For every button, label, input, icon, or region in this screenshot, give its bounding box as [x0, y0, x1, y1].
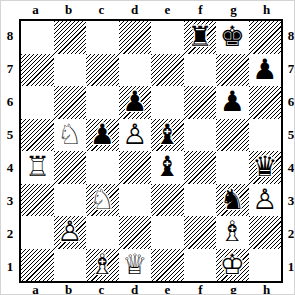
rank-label-left-3: 3: [2, 184, 18, 217]
file-label-top-f: f: [184, 1, 217, 18]
black-bishop[interactable]: ♝: [151, 151, 184, 184]
square-e6[interactable]: [151, 86, 184, 119]
file-label-top-b: b: [52, 1, 85, 18]
black-queen[interactable]: ♛: [249, 151, 282, 184]
file-label-top-e: e: [151, 1, 184, 18]
square-e5[interactable]: ♝: [151, 119, 184, 152]
square-c8[interactable]: [86, 21, 119, 54]
square-f8[interactable]: ♜: [184, 21, 217, 54]
square-a4[interactable]: ♜♖: [21, 151, 54, 184]
square-d2[interactable]: [119, 216, 152, 249]
square-h5[interactable]: [249, 119, 282, 152]
square-g2[interactable]: ♝♗: [216, 216, 249, 249]
square-a8[interactable]: [21, 21, 54, 54]
square-a6[interactable]: [21, 86, 54, 119]
file-label-bottom-a: a: [19, 281, 52, 295]
square-a2[interactable]: [21, 216, 54, 249]
square-c5[interactable]: ♟: [86, 119, 119, 152]
square-d7[interactable]: [119, 54, 152, 87]
square-h2[interactable]: [249, 216, 282, 249]
square-c1[interactable]: ♝♗: [86, 249, 119, 282]
white-knight[interactable]: ♘: [54, 119, 87, 152]
square-d5[interactable]: ♟♙: [119, 119, 152, 152]
square-b1[interactable]: [54, 249, 87, 282]
square-b8[interactable]: [54, 21, 87, 54]
white-queen[interactable]: ♕: [119, 249, 152, 282]
square-e4[interactable]: ♝: [151, 151, 184, 184]
file-labels-bottom: abcdefgh: [19, 281, 283, 295]
square-g5[interactable]: [216, 119, 249, 152]
square-c6[interactable]: [86, 86, 119, 119]
square-g4[interactable]: [216, 151, 249, 184]
white-pawn[interactable]: ♙: [119, 119, 152, 152]
square-e7[interactable]: [151, 54, 184, 87]
square-h1[interactable]: [249, 249, 282, 282]
black-knight[interactable]: ♞: [216, 184, 249, 217]
square-c2[interactable]: [86, 216, 119, 249]
square-f1[interactable]: [184, 249, 217, 282]
square-b2[interactable]: ♟♙: [54, 216, 87, 249]
white-bishop[interactable]: ♗: [86, 249, 119, 282]
square-a3[interactable]: [21, 184, 54, 217]
rank-label-left-5: 5: [2, 118, 18, 151]
file-label-top-h: h: [250, 1, 283, 18]
square-d4[interactable]: [119, 151, 152, 184]
square-g8[interactable]: ♚: [216, 21, 249, 54]
file-label-bottom-e: e: [151, 281, 184, 295]
square-g3[interactable]: ♞: [216, 184, 249, 217]
white-knight[interactable]: ♘: [86, 184, 119, 217]
square-e1[interactable]: [151, 249, 184, 282]
square-g6[interactable]: ♟: [216, 86, 249, 119]
black-rook[interactable]: ♜: [184, 21, 217, 54]
square-b4[interactable]: [54, 151, 87, 184]
rank-label-left-4: 4: [2, 151, 18, 184]
black-king[interactable]: ♚: [216, 21, 249, 54]
square-g7[interactable]: [216, 54, 249, 87]
file-labels-top: abcdefgh: [19, 1, 283, 18]
square-e8[interactable]: [151, 21, 184, 54]
rank-label-left-8: 8: [2, 19, 18, 52]
rank-label-right-8: 8: [283, 19, 295, 52]
square-h3[interactable]: ♟♙: [249, 184, 282, 217]
square-b5[interactable]: ♞♘: [54, 119, 87, 152]
file-label-bottom-c: c: [85, 281, 118, 295]
file-label-top-a: a: [19, 1, 52, 18]
square-e2[interactable]: [151, 216, 184, 249]
rank-label-left-1: 1: [2, 250, 18, 283]
board: ♜♚♟♟♟♞♘♟♟♙♝♜♖♝♛♞♘♞♟♙♟♙♝♗♝♗♛♕♚♔: [19, 19, 283, 283]
square-d1[interactable]: ♛♕: [119, 249, 152, 282]
file-label-bottom-b: b: [52, 281, 85, 295]
white-bishop[interactable]: ♗: [216, 216, 249, 249]
square-c4[interactable]: [86, 151, 119, 184]
black-bishop[interactable]: ♝: [151, 119, 184, 152]
chess-diagram: abcdefgh 87654321 ♜♚♟♟♟♞♘♟♟♙♝♜♖♝♛♞♘♞♟♙♟♙…: [0, 0, 295, 295]
file-label-bottom-h: h: [250, 281, 283, 295]
square-h4[interactable]: ♛: [249, 151, 282, 184]
square-f4[interactable]: [184, 151, 217, 184]
file-label-top-c: c: [85, 1, 118, 18]
white-pawn[interactable]: ♙: [54, 216, 87, 249]
rank-label-left-7: 7: [2, 52, 18, 85]
square-c7[interactable]: [86, 54, 119, 87]
white-pawn[interactable]: ♙: [249, 184, 282, 217]
black-pawn[interactable]: ♟: [119, 86, 152, 119]
square-d8[interactable]: [119, 21, 152, 54]
rank-label-right-3: 3: [283, 184, 295, 217]
square-a7[interactable]: [21, 54, 54, 87]
rank-label-left-2: 2: [2, 217, 18, 250]
square-f2[interactable]: [184, 216, 217, 249]
square-h7[interactable]: ♟: [249, 54, 282, 87]
square-f3[interactable]: [184, 184, 217, 217]
file-label-bottom-f: f: [184, 281, 217, 295]
white-rook[interactable]: ♖: [21, 151, 54, 184]
square-f6[interactable]: [184, 86, 217, 119]
square-f5[interactable]: [184, 119, 217, 152]
rank-labels-right: 87654321: [283, 19, 295, 283]
rank-label-right-6: 6: [283, 85, 295, 118]
rank-label-right-1: 1: [283, 250, 295, 283]
square-b7[interactable]: [54, 54, 87, 87]
rank-label-right-5: 5: [283, 118, 295, 151]
file-label-bottom-d: d: [118, 281, 151, 295]
square-d6[interactable]: ♟: [119, 86, 152, 119]
square-h8[interactable]: [249, 21, 282, 54]
rank-label-right-2: 2: [283, 217, 295, 250]
file-label-top-g: g: [217, 1, 250, 18]
square-b6[interactable]: [54, 86, 87, 119]
square-h6[interactable]: [249, 86, 282, 119]
square-c3[interactable]: ♞♘: [86, 184, 119, 217]
rank-labels-left: 87654321: [2, 19, 18, 283]
square-f7[interactable]: [184, 54, 217, 87]
rank-label-left-6: 6: [2, 85, 18, 118]
file-label-bottom-g: g: [217, 281, 250, 295]
black-pawn[interactable]: ♟: [86, 119, 119, 152]
square-a1[interactable]: [21, 249, 54, 282]
file-label-top-d: d: [118, 1, 151, 18]
black-pawn[interactable]: ♟: [249, 54, 282, 87]
rank-label-right-4: 4: [283, 151, 295, 184]
square-b3[interactable]: [54, 184, 87, 217]
rank-label-right-7: 7: [283, 52, 295, 85]
black-pawn[interactable]: ♟: [216, 86, 249, 119]
square-d3[interactable]: [119, 184, 152, 217]
white-king[interactable]: ♔: [216, 249, 249, 282]
square-a5[interactable]: [21, 119, 54, 152]
square-g1[interactable]: ♚♔: [216, 249, 249, 282]
square-e3[interactable]: [151, 184, 184, 217]
